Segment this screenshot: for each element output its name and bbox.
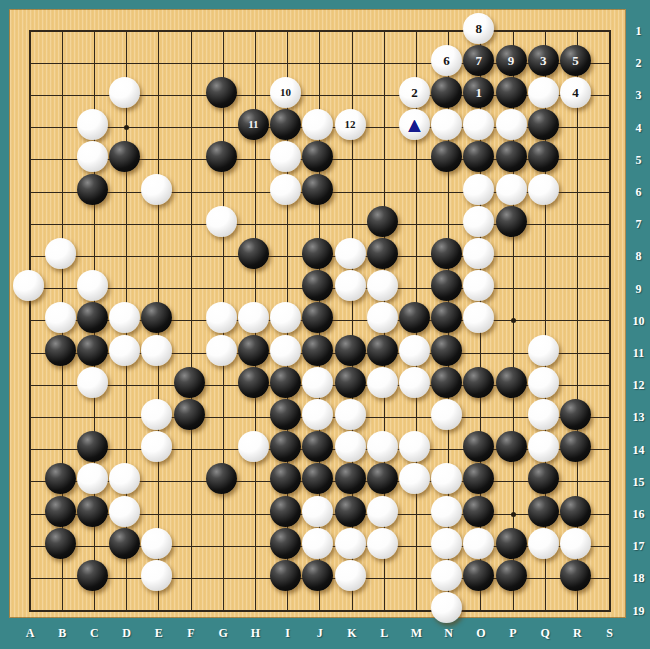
row-label: 3 <box>629 88 648 103</box>
column-label: E <box>151 626 167 641</box>
row-label: 4 <box>629 121 648 136</box>
black-stone[interactable] <box>302 560 333 591</box>
white-stone[interactable]: 8 <box>463 13 494 44</box>
row-label: 11 <box>629 346 648 361</box>
black-stone[interactable] <box>270 560 301 591</box>
white-stone[interactable] <box>463 174 494 205</box>
black-stone[interactable] <box>270 109 301 140</box>
white-stone[interactable] <box>335 238 366 269</box>
black-stone[interactable] <box>431 270 462 301</box>
white-stone[interactable] <box>399 463 430 494</box>
white-stone[interactable] <box>431 399 462 430</box>
black-stone[interactable] <box>496 528 527 559</box>
white-stone[interactable] <box>528 528 559 559</box>
black-stone[interactable] <box>431 77 462 108</box>
white-stone[interactable] <box>77 463 108 494</box>
move-number-label: 4 <box>572 86 579 99</box>
white-stone[interactable]: 10 <box>270 77 301 108</box>
white-stone[interactable] <box>528 431 559 462</box>
white-stone[interactable] <box>560 528 591 559</box>
black-stone[interactable] <box>206 141 237 172</box>
white-stone[interactable] <box>367 496 398 527</box>
white-stone[interactable] <box>496 174 527 205</box>
row-label: 18 <box>629 571 648 586</box>
black-stone[interactable] <box>270 367 301 398</box>
white-stone[interactable] <box>431 109 462 140</box>
white-stone[interactable] <box>367 302 398 333</box>
move-number-label: 5 <box>572 54 579 67</box>
black-stone[interactable] <box>463 496 494 527</box>
black-stone[interactable] <box>496 560 527 591</box>
black-stone[interactable] <box>399 302 430 333</box>
black-stone[interactable] <box>270 431 301 462</box>
white-stone[interactable] <box>77 141 108 172</box>
white-stone[interactable] <box>206 206 237 237</box>
white-stone[interactable] <box>399 367 430 398</box>
column-label: C <box>86 626 102 641</box>
black-stone[interactable] <box>431 238 462 269</box>
white-stone[interactable] <box>463 206 494 237</box>
black-stone[interactable] <box>463 367 494 398</box>
white-stone[interactable]: 6 <box>431 45 462 76</box>
white-stone[interactable] <box>77 367 108 398</box>
column-label: S <box>602 626 618 641</box>
white-stone[interactable] <box>270 335 301 366</box>
black-stone[interactable] <box>431 335 462 366</box>
white-stone[interactable] <box>13 270 44 301</box>
column-label: P <box>505 626 521 641</box>
black-stone[interactable] <box>528 496 559 527</box>
black-stone[interactable] <box>206 77 237 108</box>
white-stone[interactable] <box>367 270 398 301</box>
black-stone[interactable] <box>367 206 398 237</box>
black-stone[interactable] <box>463 560 494 591</box>
move-number-label: 9 <box>508 54 515 67</box>
column-label: A <box>22 626 38 641</box>
black-stone[interactable] <box>270 528 301 559</box>
black-stone[interactable] <box>335 335 366 366</box>
white-stone[interactable] <box>206 302 237 333</box>
black-stone[interactable] <box>77 431 108 462</box>
black-stone[interactable] <box>270 399 301 430</box>
black-stone[interactable] <box>45 496 76 527</box>
black-stone[interactable] <box>367 463 398 494</box>
black-stone[interactable] <box>45 335 76 366</box>
column-label: O <box>473 626 489 641</box>
row-label: 5 <box>629 153 648 168</box>
black-stone[interactable] <box>560 399 591 430</box>
white-stone[interactable] <box>141 335 172 366</box>
white-stone[interactable] <box>335 560 366 591</box>
row-label: 6 <box>629 185 648 200</box>
white-stone[interactable] <box>399 431 430 462</box>
black-stone[interactable] <box>496 367 527 398</box>
white-stone[interactable] <box>141 528 172 559</box>
row-label: 15 <box>629 475 648 490</box>
column-label: I <box>280 626 296 641</box>
black-stone[interactable] <box>238 238 269 269</box>
column-label: M <box>408 626 424 641</box>
white-stone[interactable] <box>302 367 333 398</box>
white-stone[interactable] <box>141 560 172 591</box>
white-stone[interactable] <box>528 399 559 430</box>
go-game-screen: ABCDEFGHIJKLMNOPQRS123456789101112131415… <box>0 0 650 649</box>
black-stone[interactable] <box>496 77 527 108</box>
black-stone[interactable] <box>45 528 76 559</box>
white-stone[interactable] <box>367 431 398 462</box>
row-label: 19 <box>629 604 648 619</box>
black-stone[interactable] <box>496 431 527 462</box>
row-label: 9 <box>629 282 648 297</box>
black-stone[interactable] <box>238 367 269 398</box>
star-point <box>511 318 516 323</box>
white-stone[interactable] <box>431 528 462 559</box>
column-label: F <box>183 626 199 641</box>
black-stone[interactable]: 3 <box>528 45 559 76</box>
white-stone[interactable] <box>399 335 430 366</box>
black-stone[interactable] <box>302 335 333 366</box>
move-number-label: 8 <box>476 22 483 35</box>
black-stone[interactable] <box>109 528 140 559</box>
triangle-marker-icon: ▲ <box>408 117 420 133</box>
black-stone[interactable] <box>496 206 527 237</box>
black-stone[interactable]: 9 <box>496 45 527 76</box>
row-label: 12 <box>629 378 648 393</box>
white-stone[interactable] <box>45 238 76 269</box>
white-stone[interactable]: 2 <box>399 77 430 108</box>
black-stone[interactable] <box>174 367 205 398</box>
black-stone[interactable] <box>238 335 269 366</box>
black-stone[interactable] <box>77 496 108 527</box>
black-stone[interactable] <box>560 560 591 591</box>
row-label: 2 <box>629 56 648 71</box>
white-stone[interactable] <box>463 528 494 559</box>
black-stone[interactable] <box>335 367 366 398</box>
white-stone[interactable] <box>141 399 172 430</box>
white-stone[interactable] <box>431 560 462 591</box>
white-stone[interactable] <box>302 528 333 559</box>
row-label: 14 <box>629 443 648 458</box>
column-label: L <box>376 626 392 641</box>
move-number-label: 2 <box>411 86 418 99</box>
black-stone[interactable] <box>367 335 398 366</box>
move-number-label: 6 <box>443 54 450 67</box>
row-label: 8 <box>629 249 648 264</box>
white-stone[interactable] <box>45 302 76 333</box>
row-label: 17 <box>629 539 648 554</box>
row-label: 10 <box>629 314 648 329</box>
black-stone[interactable]: 7 <box>463 45 494 76</box>
white-stone[interactable] <box>335 399 366 430</box>
white-stone[interactable] <box>206 335 237 366</box>
black-stone[interactable] <box>528 463 559 494</box>
white-stone[interactable] <box>528 367 559 398</box>
white-stone[interactable] <box>302 399 333 430</box>
black-stone[interactable] <box>496 141 527 172</box>
white-stone[interactable]: ▲ <box>399 109 430 140</box>
white-stone[interactable] <box>302 496 333 527</box>
white-stone[interactable] <box>528 77 559 108</box>
white-stone[interactable] <box>109 496 140 527</box>
grid-line <box>29 610 611 612</box>
black-stone[interactable] <box>206 463 237 494</box>
black-stone[interactable] <box>528 141 559 172</box>
white-stone[interactable] <box>528 335 559 366</box>
white-stone[interactable] <box>335 270 366 301</box>
white-stone[interactable] <box>431 496 462 527</box>
black-stone[interactable] <box>302 238 333 269</box>
black-stone[interactable] <box>77 174 108 205</box>
column-label: H <box>247 626 263 641</box>
black-stone[interactable] <box>174 399 205 430</box>
column-label: Q <box>537 626 553 641</box>
row-label: 1 <box>629 24 648 39</box>
black-stone[interactable] <box>302 174 333 205</box>
white-stone[interactable] <box>431 592 462 623</box>
column-label: K <box>344 626 360 641</box>
white-stone[interactable] <box>496 109 527 140</box>
column-label: B <box>54 626 70 641</box>
white-stone[interactable] <box>109 335 140 366</box>
column-label: N <box>441 626 457 641</box>
white-stone[interactable] <box>109 77 140 108</box>
black-stone[interactable]: 11 <box>238 109 269 140</box>
row-label: 13 <box>629 410 648 425</box>
black-stone[interactable] <box>77 335 108 366</box>
star-point <box>511 512 516 517</box>
row-label: 7 <box>629 217 648 232</box>
move-number-label: 3 <box>540 54 547 67</box>
grid-line <box>609 30 611 612</box>
black-stone[interactable] <box>335 463 366 494</box>
white-stone[interactable] <box>367 367 398 398</box>
column-label: J <box>312 626 328 641</box>
white-stone[interactable] <box>141 174 172 205</box>
white-stone[interactable] <box>367 528 398 559</box>
move-number-label: 11 <box>248 119 258 130</box>
white-stone[interactable] <box>335 528 366 559</box>
column-label: G <box>215 626 231 641</box>
black-stone[interactable]: 1 <box>463 77 494 108</box>
white-stone[interactable] <box>463 238 494 269</box>
black-stone[interactable] <box>560 496 591 527</box>
black-stone[interactable] <box>77 302 108 333</box>
column-label: D <box>119 626 135 641</box>
white-stone[interactable] <box>77 109 108 140</box>
black-stone[interactable] <box>335 496 366 527</box>
white-stone[interactable] <box>238 431 269 462</box>
white-stone[interactable]: 4 <box>560 77 591 108</box>
white-stone[interactable] <box>528 174 559 205</box>
column-label: R <box>569 626 585 641</box>
black-stone[interactable]: 5 <box>560 45 591 76</box>
row-label: 16 <box>629 507 648 522</box>
black-stone[interactable] <box>367 238 398 269</box>
black-stone[interactable] <box>431 367 462 398</box>
white-stone[interactable] <box>77 270 108 301</box>
move-number-label: 7 <box>476 54 483 67</box>
white-stone[interactable] <box>335 431 366 462</box>
move-number-label: 1 <box>476 86 483 99</box>
black-stone[interactable] <box>560 431 591 462</box>
move-number-label: 10 <box>280 87 291 98</box>
black-stone[interactable] <box>528 109 559 140</box>
white-stone[interactable] <box>238 302 269 333</box>
black-stone[interactable] <box>77 560 108 591</box>
black-stone[interactable] <box>270 496 301 527</box>
white-stone[interactable] <box>270 174 301 205</box>
black-stone[interactable] <box>45 463 76 494</box>
move-number-label: 12 <box>345 119 356 130</box>
white-stone[interactable]: 12 <box>335 109 366 140</box>
